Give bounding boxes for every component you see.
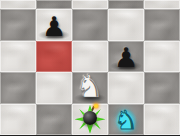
square-r0c2[interactable]: [72, 0, 108, 9]
white-knight[interactable]: ♞: [72, 71, 108, 102]
square-r4c4[interactable]: [144, 104, 180, 136]
square-r3c4[interactable]: [144, 72, 180, 104]
square-r4c3[interactable]: ♞: [108, 104, 144, 136]
square-r1c2[interactable]: [72, 9, 108, 41]
square-r2c1[interactable]: [36, 41, 72, 73]
ghost-knight[interactable]: ♞: [108, 107, 144, 133]
square-r3c0[interactable]: [0, 72, 36, 104]
square-r3c3[interactable]: [108, 72, 144, 104]
square-r0c1[interactable]: [36, 0, 72, 9]
square-r1c0[interactable]: [0, 9, 36, 41]
bomb-spark: [94, 104, 98, 108]
square-r1c1[interactable]: ♟: [36, 9, 72, 41]
square-r0c0[interactable]: [0, 0, 36, 9]
square-r1c4[interactable]: [144, 9, 180, 41]
square-r3c2[interactable]: ♞: [72, 72, 108, 104]
square-r0c4[interactable]: [144, 0, 180, 9]
square-r4c1[interactable]: [36, 104, 72, 136]
square-r3c1[interactable]: [36, 72, 72, 104]
square-r1c3[interactable]: [108, 9, 144, 41]
square-r2c4[interactable]: [144, 41, 180, 73]
square-r2c0[interactable]: [0, 41, 36, 73]
square-r4c2[interactable]: [72, 104, 108, 136]
chess-board: ♟♟♞♞: [0, 0, 180, 135]
square-r4c0[interactable]: [0, 104, 36, 136]
black-pawn[interactable]: ♟: [36, 13, 72, 40]
square-r2c3[interactable]: ♟: [108, 41, 144, 73]
square-r0c3[interactable]: [108, 0, 144, 9]
game-viewport: ♟♟♞♞: [0, 0, 180, 135]
black-pawn[interactable]: ♟: [108, 44, 144, 71]
